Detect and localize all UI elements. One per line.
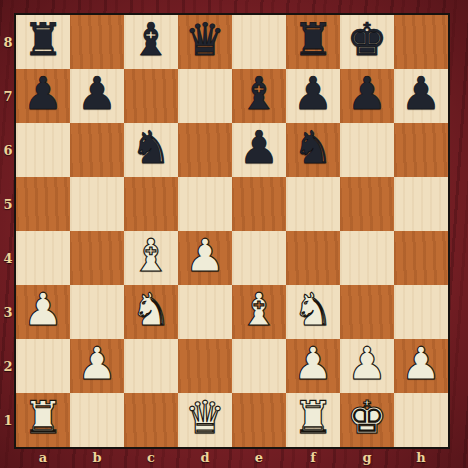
square-d4[interactable]: ♟ <box>178 231 232 285</box>
square-e8[interactable] <box>232 15 286 69</box>
piece-black-knight[interactable]: ♞ <box>131 121 171 175</box>
piece-black-bishop[interactable]: ♝ <box>239 67 279 121</box>
square-b2[interactable]: ♟ <box>70 339 124 393</box>
square-h7[interactable]: ♟ <box>394 69 448 123</box>
file-label-f: f <box>286 447 340 468</box>
file-label-a: a <box>16 447 70 468</box>
square-f6[interactable]: ♞ <box>286 123 340 177</box>
rank-label-text: 3 <box>3 305 12 320</box>
square-c8[interactable]: ♝ <box>124 15 178 69</box>
piece-white-bishop[interactable]: ♝ <box>239 283 279 337</box>
rank-label-text: 6 <box>3 143 12 158</box>
piece-black-bishop[interactable]: ♝ <box>131 13 171 67</box>
piece-white-pawn[interactable]: ♟ <box>347 337 387 391</box>
square-b3[interactable] <box>70 285 124 339</box>
square-d6[interactable] <box>178 123 232 177</box>
chess-diagram: 87654321 abcdefgh ♜♝♛♜♚♟♟♝♟♟♟♞♟♞♝♟♟♞♝♞♟♟… <box>0 0 468 468</box>
rank-label-text: 7 <box>3 89 12 104</box>
square-d2[interactable] <box>178 339 232 393</box>
file-label-text: h <box>416 450 425 465</box>
piece-white-rook[interactable]: ♜ <box>23 391 63 445</box>
square-b1[interactable] <box>70 393 124 447</box>
square-c4[interactable]: ♝ <box>124 231 178 285</box>
piece-white-pawn[interactable]: ♟ <box>185 229 225 283</box>
piece-black-pawn[interactable]: ♟ <box>23 67 63 121</box>
piece-black-rook[interactable]: ♜ <box>293 13 333 67</box>
square-b5[interactable] <box>70 177 124 231</box>
square-h6[interactable] <box>394 123 448 177</box>
square-a6[interactable] <box>16 123 70 177</box>
square-b6[interactable] <box>70 123 124 177</box>
square-c3[interactable]: ♞ <box>124 285 178 339</box>
square-f5[interactable] <box>286 177 340 231</box>
square-a1[interactable]: ♜ <box>16 393 70 447</box>
square-d8[interactable]: ♛ <box>178 15 232 69</box>
chess-board: ♜♝♛♜♚♟♟♝♟♟♟♞♟♞♝♟♟♞♝♞♟♟♟♟♜♛♜♚ <box>16 15 448 447</box>
rank-label-text: 8 <box>3 35 12 50</box>
square-c7[interactable] <box>124 69 178 123</box>
piece-black-rook[interactable]: ♜ <box>23 13 63 67</box>
piece-black-pawn[interactable]: ♟ <box>401 67 441 121</box>
file-label-text: c <box>147 450 155 465</box>
file-label-c: c <box>124 447 178 468</box>
square-a8[interactable]: ♜ <box>16 15 70 69</box>
square-e4[interactable] <box>232 231 286 285</box>
rank-label-4: 4 <box>0 231 16 285</box>
square-e3[interactable]: ♝ <box>232 285 286 339</box>
square-c6[interactable]: ♞ <box>124 123 178 177</box>
square-b8[interactable] <box>70 15 124 69</box>
rank-label-5: 5 <box>0 177 16 231</box>
square-f7[interactable]: ♟ <box>286 69 340 123</box>
file-label-text: a <box>39 450 47 465</box>
file-label-text: d <box>200 450 209 465</box>
square-g6[interactable] <box>340 123 394 177</box>
piece-white-knight[interactable]: ♞ <box>293 283 333 337</box>
square-c1[interactable] <box>124 393 178 447</box>
square-h5[interactable] <box>394 177 448 231</box>
square-g3[interactable] <box>340 285 394 339</box>
square-h4[interactable] <box>394 231 448 285</box>
piece-black-pawn[interactable]: ♟ <box>347 67 387 121</box>
square-g7[interactable]: ♟ <box>340 69 394 123</box>
square-h2[interactable]: ♟ <box>394 339 448 393</box>
file-label-b: b <box>70 447 124 468</box>
piece-white-knight[interactable]: ♞ <box>131 283 171 337</box>
piece-black-queen[interactable]: ♛ <box>185 13 225 67</box>
square-g1[interactable]: ♚ <box>340 393 394 447</box>
rank-label-8: 8 <box>0 15 16 69</box>
piece-white-king[interactable]: ♚ <box>347 391 387 445</box>
square-e6[interactable]: ♟ <box>232 123 286 177</box>
square-b7[interactable]: ♟ <box>70 69 124 123</box>
square-b4[interactable] <box>70 231 124 285</box>
square-a3[interactable]: ♟ <box>16 285 70 339</box>
square-g8[interactable]: ♚ <box>340 15 394 69</box>
square-f1[interactable]: ♜ <box>286 393 340 447</box>
rank-label-text: 2 <box>3 359 12 374</box>
square-a5[interactable] <box>16 177 70 231</box>
square-g5[interactable] <box>340 177 394 231</box>
square-f4[interactable] <box>286 231 340 285</box>
square-d3[interactable] <box>178 285 232 339</box>
piece-black-king[interactable]: ♚ <box>347 13 387 67</box>
piece-white-pawn[interactable]: ♟ <box>293 337 333 391</box>
square-h3[interactable] <box>394 285 448 339</box>
rank-label-text: 5 <box>3 197 12 212</box>
rank-label-3: 3 <box>0 285 16 339</box>
square-a4[interactable] <box>16 231 70 285</box>
square-d7[interactable] <box>178 69 232 123</box>
file-label-text: f <box>310 450 316 465</box>
piece-black-pawn[interactable]: ♟ <box>293 67 333 121</box>
file-label-text: g <box>362 450 371 465</box>
square-f3[interactable]: ♞ <box>286 285 340 339</box>
rank-label-7: 7 <box>0 69 16 123</box>
square-f8[interactable]: ♜ <box>286 15 340 69</box>
rank-label-text: 4 <box>3 251 12 266</box>
piece-white-bishop[interactable]: ♝ <box>131 229 171 283</box>
file-label-e: e <box>232 447 286 468</box>
square-e1[interactable] <box>232 393 286 447</box>
piece-white-pawn[interactable]: ♟ <box>401 337 441 391</box>
square-c2[interactable] <box>124 339 178 393</box>
square-g4[interactable] <box>340 231 394 285</box>
square-e2[interactable] <box>232 339 286 393</box>
square-c5[interactable] <box>124 177 178 231</box>
piece-white-rook[interactable]: ♜ <box>293 391 333 445</box>
square-a7[interactable]: ♟ <box>16 69 70 123</box>
square-e7[interactable]: ♝ <box>232 69 286 123</box>
square-a2[interactable] <box>16 339 70 393</box>
file-label-h: h <box>394 447 448 468</box>
square-h8[interactable] <box>394 15 448 69</box>
piece-black-knight[interactable]: ♞ <box>293 121 333 175</box>
square-h1[interactable] <box>394 393 448 447</box>
file-label-d: d <box>178 447 232 468</box>
file-labels: abcdefgh <box>16 447 448 468</box>
piece-black-pawn[interactable]: ♟ <box>77 67 117 121</box>
piece-white-pawn[interactable]: ♟ <box>77 337 117 391</box>
square-d1[interactable]: ♛ <box>178 393 232 447</box>
piece-white-pawn[interactable]: ♟ <box>23 283 63 337</box>
square-d5[interactable] <box>178 177 232 231</box>
rank-labels: 87654321 <box>0 15 16 447</box>
piece-white-queen[interactable]: ♛ <box>185 391 225 445</box>
rank-label-6: 6 <box>0 123 16 177</box>
rank-label-1: 1 <box>0 393 16 447</box>
square-g2[interactable]: ♟ <box>340 339 394 393</box>
rank-label-2: 2 <box>0 339 16 393</box>
square-f2[interactable]: ♟ <box>286 339 340 393</box>
file-label-text: e <box>255 450 263 465</box>
file-label-text: b <box>92 450 101 465</box>
file-label-g: g <box>340 447 394 468</box>
square-e5[interactable] <box>232 177 286 231</box>
piece-black-pawn[interactable]: ♟ <box>239 121 279 175</box>
rank-label-text: 1 <box>3 413 12 428</box>
